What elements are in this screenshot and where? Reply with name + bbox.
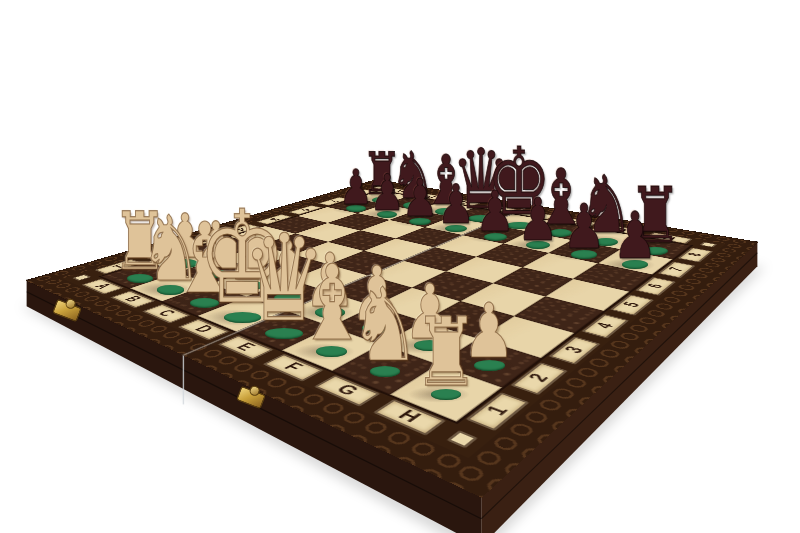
rank-label-left-7-text: 7	[327, 200, 342, 203]
rank-label-5-text: 5	[619, 300, 645, 309]
file-label-h-text: H	[392, 407, 426, 426]
rank-label-4-text: 4	[592, 321, 620, 331]
rank-label-2-text: 2	[524, 371, 556, 384]
chess-set-photo: AA11BB22CC33DD44EE55FF66GG77HH88 ♜♞♟♝♟♛♟…	[0, 0, 800, 533]
rank-label-1-text: 1	[481, 403, 515, 419]
frame-corner-cell-2	[72, 274, 91, 281]
file-label-far-f-text: F	[569, 219, 584, 224]
file-label-far-d-text: D	[491, 206, 507, 211]
rank-label-6-text: 6	[643, 282, 668, 290]
file-label-c-text: C	[153, 308, 180, 318]
rank-label-left-8-text: 8	[353, 192, 367, 195]
playing-area	[101, 191, 691, 422]
frame-corner-cell-1	[700, 242, 718, 248]
file-label-g-text: G	[330, 382, 363, 399]
file-label-b-text: B	[120, 294, 146, 303]
file-label-far-a-text: A	[393, 189, 408, 193]
file-label-a-text: A	[90, 282, 115, 291]
file-label-e-text: E	[231, 341, 259, 354]
frame-corner-cell-0	[372, 186, 385, 189]
file-label-f-text: F	[278, 360, 307, 374]
frame-corner-cell-3	[446, 430, 478, 448]
file-label-far-e-text: E	[528, 212, 544, 217]
file-label-far-c-text: C	[456, 200, 472, 204]
rank-label-7-text: 7	[665, 266, 689, 273]
chess-board: AA11BB22CC33DD44EE55FF66GG77HH88	[27, 179, 758, 496]
file-label-far-b-text: B	[423, 195, 438, 199]
file-label-d-text: D	[189, 323, 217, 335]
rank-label-3-text: 3	[560, 344, 590, 355]
rank-label-8-text: 8	[684, 252, 707, 258]
